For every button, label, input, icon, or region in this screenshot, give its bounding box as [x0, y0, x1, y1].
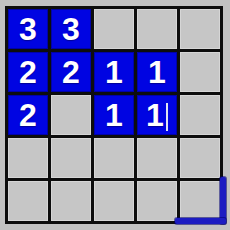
cell-value: 2 — [19, 99, 37, 131]
cell-r2-c3[interactable]: 1 — [94, 52, 134, 92]
cell-value: 1 — [105, 99, 123, 131]
cell-r5-c4[interactable] — [137, 181, 177, 221]
cell-r1-c4[interactable] — [137, 9, 177, 49]
cell-r3-c2[interactable] — [51, 95, 91, 135]
cell-value: 1 — [105, 56, 123, 88]
cell-value: 2 — [62, 56, 80, 88]
cell-r2-c2[interactable]: 2 — [51, 52, 91, 92]
cell-r1-c1[interactable]: 3 — [8, 9, 48, 49]
cell-r2-c1[interactable]: 2 — [8, 52, 48, 92]
cell-r2-c4[interactable]: 1 — [137, 52, 177, 92]
selection-bracket-vertical — [220, 177, 226, 224]
cell-value: 3 — [62, 13, 80, 45]
text-caret — [166, 103, 168, 131]
cell-value: 1 — [148, 56, 166, 88]
cell-r1-c2[interactable]: 3 — [51, 9, 91, 49]
puzzle-grid: 332211211 — [5, 6, 223, 224]
cell-r1-c5[interactable] — [180, 9, 220, 49]
cell-r4-c4[interactable] — [137, 138, 177, 178]
selection-bracket-horizontal — [175, 218, 226, 224]
cell-r3-c3[interactable]: 1 — [94, 95, 134, 135]
cell-r5-c2[interactable] — [51, 181, 91, 221]
cell-r4-c2[interactable] — [51, 138, 91, 178]
cell-value: 3 — [19, 13, 37, 45]
cell-value: 2 — [19, 56, 37, 88]
cell-r2-c5[interactable] — [180, 52, 220, 92]
cell-r3-c4[interactable]: 1 — [137, 95, 177, 135]
cell-r1-c3[interactable] — [94, 9, 134, 49]
cell-r4-c1[interactable] — [8, 138, 48, 178]
cell-r4-c5[interactable] — [180, 138, 220, 178]
cell-r5-c1[interactable] — [8, 181, 48, 221]
cell-value: 1 — [146, 99, 164, 131]
cell-r5-c5[interactable] — [180, 181, 220, 221]
cell-r3-c5[interactable] — [180, 95, 220, 135]
cell-r3-c1[interactable]: 2 — [8, 95, 48, 135]
cell-r5-c3[interactable] — [94, 181, 134, 221]
cell-r4-c3[interactable] — [94, 138, 134, 178]
